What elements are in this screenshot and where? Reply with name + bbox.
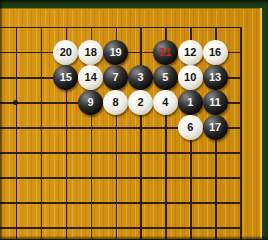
stone-number: 18 [85,47,97,58]
black-stone-7: 7 [103,65,128,90]
star-point [13,100,18,105]
stone-number: 2 [137,97,143,108]
stone-number: 7 [113,72,119,83]
white-stone-2: 2 [128,90,153,115]
white-stone-4: 4 [153,90,178,115]
stone-number: 20 [60,47,72,58]
stone-number: 16 [209,47,221,58]
white-stone-20: 20 [53,40,78,65]
stone-number: 15 [60,72,72,83]
black-stone-1: 1 [178,90,203,115]
stone-number: 12 [184,47,196,58]
white-stone-18: 18 [78,40,103,65]
go-diagram: 201819211216151473510139824111617 [0,0,268,239]
stone-number: 9 [88,97,94,108]
black-stone-13: 13 [203,65,228,90]
white-stone-10: 10 [178,65,203,90]
black-stone-21: 21 [153,40,178,65]
black-stone-17: 17 [203,115,228,140]
white-stone-8: 8 [103,90,128,115]
stone-grid: 201819211216151473510139824111617 [4,15,253,240]
stone-number: 6 [187,122,193,133]
white-stone-12: 12 [178,40,203,65]
stone-number: 1 [187,97,193,108]
white-stone-16: 16 [203,40,228,65]
stone-number: 19 [109,47,121,58]
black-stone-9: 9 [78,90,103,115]
white-stone-6: 6 [178,115,203,140]
stone-number: 4 [162,97,168,108]
stone-number: 5 [162,72,168,83]
stone-number: 8 [113,97,119,108]
stone-number: 3 [137,72,143,83]
stone-number: 21 [159,47,171,58]
stone-number: 14 [85,72,97,83]
black-stone-3: 3 [128,65,153,90]
stone-number: 13 [209,72,221,83]
stone-number: 17 [209,122,221,133]
stone-number: 11 [209,97,221,108]
black-stone-5: 5 [153,65,178,90]
black-stone-11: 11 [203,90,228,115]
black-stone-15: 15 [53,65,78,90]
stone-number: 10 [184,72,196,83]
go-board: 201819211216151473510139824111617 [0,8,260,239]
black-stone-19: 19 [103,40,128,65]
white-stone-14: 14 [78,65,103,90]
